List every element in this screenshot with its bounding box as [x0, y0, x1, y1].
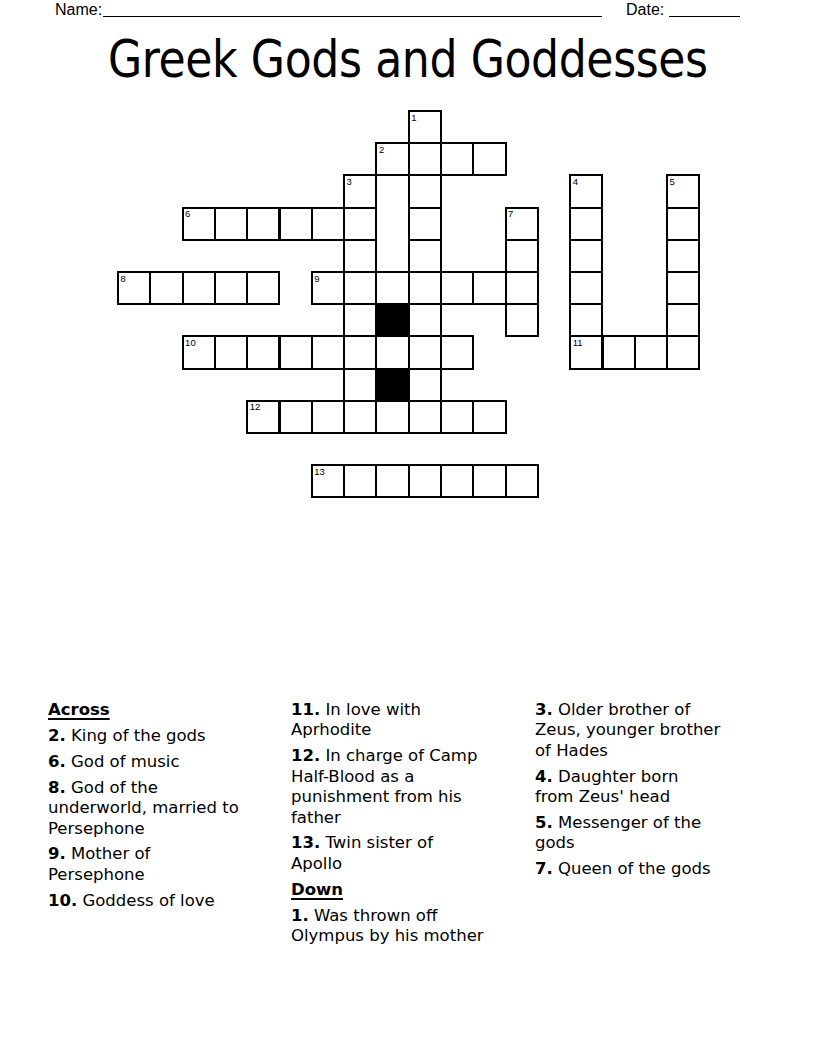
cell-number: 8 [121, 274, 126, 284]
clue-3: 3. Older brother ofZeus, younger brother… [535, 700, 780, 761]
clues-column-2: 11. In love withAprhodite12. In charge o… [291, 700, 536, 952]
grid-cell[interactable] [440, 464, 474, 498]
grid-cell[interactable]: 3 [343, 174, 377, 208]
grid-cell[interactable] [505, 239, 539, 273]
grid-cell[interactable] [343, 400, 377, 434]
grid-cell[interactable] [666, 271, 700, 305]
cell-number: 11 [573, 338, 583, 348]
page-title-text: Greek Gods and Goddesses [108, 30, 708, 88]
grid-cell[interactable] [311, 335, 345, 369]
grid-cell[interactable] [408, 335, 442, 369]
grid-cell[interactable]: 6 [182, 207, 216, 241]
grid-cell[interactable] [246, 335, 280, 369]
grid-cell[interactable] [472, 142, 506, 176]
cell-number: 1 [411, 113, 416, 123]
clue-4: 4. Daughter bornfrom Zeus' head [535, 767, 780, 808]
grid-cell[interactable] [279, 207, 313, 241]
date-write-line[interactable] [669, 0, 740, 17]
clue-9: 9. Mother ofPersephone [48, 844, 293, 885]
grid-cell[interactable]: 4 [569, 174, 603, 208]
grid-cell[interactable] [214, 207, 248, 241]
grid-cell[interactable] [343, 207, 377, 241]
grid-cell[interactable] [440, 142, 474, 176]
grid-cell[interactable] [214, 335, 248, 369]
grid-cell[interactable]: 5 [666, 174, 700, 208]
clue-number: 9. [48, 844, 66, 863]
grid-cell[interactable] [666, 335, 700, 369]
clue-10: 10. Goddess of love [48, 891, 293, 911]
grid-cell[interactable]: 7 [505, 207, 539, 241]
grid-cell[interactable] [214, 271, 248, 305]
grid-cell[interactable] [408, 142, 442, 176]
clue-number: 7. [535, 859, 553, 878]
grid-cell[interactable]: 10 [182, 335, 216, 369]
grid-cell[interactable]: 11 [569, 335, 603, 369]
blocked-cell [375, 368, 409, 402]
grid-cell[interactable] [182, 271, 216, 305]
cell-number: 6 [185, 209, 190, 219]
clue-number: 1. [291, 906, 309, 925]
grid-cell[interactable] [505, 303, 539, 337]
cell-number: 5 [670, 177, 675, 187]
clue-number: 4. [535, 767, 553, 786]
grid-cell[interactable] [246, 271, 280, 305]
worksheet-page: { "header": { "name_label": "Name:", "da… [0, 0, 816, 1056]
grid-cell[interactable]: 13 [311, 464, 345, 498]
clues-column-3: 3. Older brother ofZeus, younger brother… [535, 700, 780, 885]
clue-5: 5. Messenger of thegods [535, 813, 780, 854]
grid-cell[interactable] [343, 368, 377, 402]
clue-number: 5. [535, 813, 553, 832]
grid-cell[interactable] [472, 464, 506, 498]
name-write-line[interactable] [103, 0, 602, 17]
grid-cell[interactable] [569, 271, 603, 305]
grid-cell[interactable] [343, 271, 377, 305]
grid-cell[interactable] [408, 174, 442, 208]
grid-cell[interactable] [472, 271, 506, 305]
grid-cell[interactable] [569, 303, 603, 337]
clues-column-1: Across2. King of the gods6. God of music… [48, 700, 293, 917]
cell-number: 7 [508, 209, 513, 219]
cell-number: 2 [379, 145, 384, 155]
grid-cell[interactable] [569, 239, 603, 273]
grid-cell[interactable] [472, 400, 506, 434]
cell-number: 4 [573, 177, 578, 187]
clue-number: 10. [48, 891, 77, 910]
clues-header-across: Across [48, 700, 293, 720]
cell-number: 3 [347, 177, 352, 187]
cell-number: 9 [314, 274, 319, 284]
clue-11: 11. In love withAprhodite [291, 700, 536, 741]
clue-6: 6. God of music [48, 752, 293, 772]
clue-13: 13. Twin sister ofApollo [291, 833, 536, 874]
grid-cell[interactable]: 8 [117, 271, 151, 305]
page-title: Greek Gods and Goddesses [0, 30, 816, 88]
grid-cell[interactable] [440, 400, 474, 434]
grid-cell[interactable] [343, 464, 377, 498]
grid-cell[interactable] [311, 207, 345, 241]
grid-cell[interactable] [408, 271, 442, 305]
clue-number: 6. [48, 752, 66, 771]
clue-number: 13. [291, 833, 320, 852]
grid-cell[interactable] [634, 335, 668, 369]
clue-number: 3. [535, 700, 553, 719]
clue-8: 8. God of theunderworld, married toPerse… [48, 778, 293, 839]
grid-cell[interactable] [375, 271, 409, 305]
grid-cell[interactable]: 2 [375, 142, 409, 176]
grid-cell[interactable] [408, 207, 442, 241]
grid-cell[interactable]: 12 [246, 400, 280, 434]
clue-number: 8. [48, 778, 66, 797]
grid-cell[interactable] [666, 303, 700, 337]
grid-cell[interactable] [440, 271, 474, 305]
name-label: Name: [55, 0, 102, 19]
grid-cell[interactable] [505, 464, 539, 498]
grid-cell[interactable] [375, 400, 409, 434]
cell-number: 13 [314, 467, 325, 477]
clues-header-down: Down [291, 880, 536, 900]
grid-cell[interactable]: 1 [408, 110, 442, 144]
grid-cell[interactable] [343, 335, 377, 369]
grid-cell[interactable] [408, 368, 442, 402]
grid-cell[interactable] [666, 239, 700, 273]
cell-number: 12 [250, 402, 261, 412]
grid-cell[interactable] [279, 335, 313, 369]
clue-number: 2. [48, 726, 66, 745]
clue-number: 11. [291, 700, 320, 719]
grid-cell[interactable] [408, 400, 442, 434]
grid-cell[interactable] [440, 335, 474, 369]
grid-cell[interactable] [666, 207, 700, 241]
grid-cell[interactable] [246, 207, 280, 241]
clue-number: 12. [291, 746, 320, 765]
grid-cell[interactable] [408, 464, 442, 498]
clue-1: 1. Was thrown offOlympus by his mother [291, 906, 536, 947]
clue-7: 7. Queen of the gods [535, 859, 780, 879]
grid-cell[interactable] [343, 239, 377, 273]
grid-cell[interactable] [602, 335, 636, 369]
grid-cell[interactable] [149, 271, 183, 305]
grid-cell[interactable] [343, 303, 377, 337]
grid-cell[interactable]: 9 [311, 271, 345, 305]
grid-cell[interactable] [279, 400, 313, 434]
grid-cell[interactable] [408, 303, 442, 337]
cell-number: 10 [185, 338, 196, 348]
grid-cell[interactable] [569, 207, 603, 241]
grid-cell[interactable] [375, 464, 409, 498]
date-label: Date: [626, 0, 664, 19]
grid-cell[interactable] [505, 271, 539, 305]
grid-cell[interactable] [311, 400, 345, 434]
grid-cell[interactable] [375, 335, 409, 369]
blocked-cell [375, 303, 409, 337]
clue-2: 2. King of the gods [48, 726, 293, 746]
grid-cell[interactable] [408, 239, 442, 273]
clue-12: 12. In charge of CampHalf-Blood as apuni… [291, 746, 536, 828]
